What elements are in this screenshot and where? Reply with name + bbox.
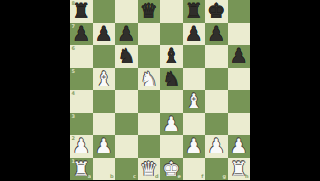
square-g6[interactable] xyxy=(205,45,228,68)
square-b7[interactable]: ♟ xyxy=(93,23,116,46)
square-b2[interactable]: ♟ xyxy=(93,135,116,158)
square-c8[interactable] xyxy=(115,0,138,23)
square-d2[interactable] xyxy=(138,135,161,158)
square-f6[interactable] xyxy=(183,45,206,68)
piece-white-pawn[interactable]: ♟ xyxy=(207,135,225,158)
square-e3[interactable]: ♟ xyxy=(160,113,183,136)
square-g5[interactable] xyxy=(205,68,228,91)
piece-black-knight[interactable]: ♞ xyxy=(162,67,180,90)
piece-white-pawn[interactable]: ♟ xyxy=(162,112,180,135)
piece-white-knight[interactable]: ♞ xyxy=(140,67,158,90)
square-e1[interactable]: e♚ xyxy=(160,158,183,181)
square-d7[interactable] xyxy=(138,23,161,46)
piece-white-bishop[interactable]: ♝ xyxy=(185,90,203,113)
square-h6[interactable]: ♟ xyxy=(228,45,251,68)
square-f2[interactable]: ♟ xyxy=(183,135,206,158)
piece-black-pawn[interactable]: ♟ xyxy=(230,45,248,68)
piece-black-king[interactable]: ♚ xyxy=(207,0,225,22)
square-f3[interactable] xyxy=(183,113,206,136)
square-d5[interactable]: ♞ xyxy=(138,68,161,91)
square-b3[interactable] xyxy=(93,113,116,136)
square-f5[interactable] xyxy=(183,68,206,91)
file-label-c: c xyxy=(133,174,136,179)
chess-board: 8♜♛♜♚7♟♟♟♟♟6♞♝♟5♝♞♞4♝3♟2♟♟♟♟♟1a♜bcd♛e♚fg… xyxy=(70,0,250,180)
square-a1[interactable]: 1a♜ xyxy=(70,158,93,181)
square-g3[interactable] xyxy=(205,113,228,136)
square-c5[interactable] xyxy=(115,68,138,91)
square-g7[interactable]: ♟ xyxy=(205,23,228,46)
piece-white-pawn[interactable]: ♟ xyxy=(230,135,248,158)
piece-white-king[interactable]: ♚ xyxy=(162,157,180,180)
square-h2[interactable]: ♟ xyxy=(228,135,251,158)
square-e4[interactable] xyxy=(160,90,183,113)
piece-black-pawn[interactable]: ♟ xyxy=(95,22,113,45)
square-c2[interactable] xyxy=(115,135,138,158)
square-c7[interactable]: ♟ xyxy=(115,23,138,46)
rank-label-3: 3 xyxy=(72,114,75,119)
square-d3[interactable] xyxy=(138,113,161,136)
file-label-g: g xyxy=(222,174,226,179)
square-c1[interactable]: c xyxy=(115,158,138,181)
piece-black-pawn[interactable]: ♟ xyxy=(207,22,225,45)
rank-label-6: 6 xyxy=(72,46,75,51)
square-h8[interactable] xyxy=(228,0,251,23)
square-e6[interactable]: ♝ xyxy=(160,45,183,68)
square-b5[interactable]: ♝ xyxy=(93,68,116,91)
square-c6[interactable]: ♞ xyxy=(115,45,138,68)
piece-white-bishop[interactable]: ♝ xyxy=(95,67,113,90)
square-c3[interactable] xyxy=(115,113,138,136)
square-a5[interactable]: 5 xyxy=(70,68,93,91)
rank-label-5: 5 xyxy=(72,69,75,74)
square-h1[interactable]: h♜ xyxy=(228,158,251,181)
square-b8[interactable] xyxy=(93,0,116,23)
video-frame: 8♜♛♜♚7♟♟♟♟♟6♞♝♟5♝♞♞4♝3♟2♟♟♟♟♟1a♜bcd♛e♚fg… xyxy=(0,0,320,180)
square-h7[interactable] xyxy=(228,23,251,46)
square-d1[interactable]: d♛ xyxy=(138,158,161,181)
file-label-f: f xyxy=(201,174,203,179)
square-f1[interactable]: f xyxy=(183,158,206,181)
square-d6[interactable] xyxy=(138,45,161,68)
piece-black-pawn[interactable]: ♟ xyxy=(185,22,203,45)
piece-white-rook[interactable]: ♜ xyxy=(230,157,248,180)
square-h5[interactable] xyxy=(228,68,251,91)
square-a6[interactable]: 6 xyxy=(70,45,93,68)
square-e8[interactable] xyxy=(160,0,183,23)
piece-black-pawn[interactable]: ♟ xyxy=(117,22,135,45)
square-b4[interactable] xyxy=(93,90,116,113)
piece-black-rook[interactable]: ♜ xyxy=(72,0,90,22)
square-e2[interactable] xyxy=(160,135,183,158)
piece-white-pawn[interactable]: ♟ xyxy=(95,135,113,158)
piece-black-rook[interactable]: ♜ xyxy=(185,0,203,22)
square-a2[interactable]: 2♟ xyxy=(70,135,93,158)
piece-white-pawn[interactable]: ♟ xyxy=(72,135,90,158)
square-b1[interactable]: b xyxy=(93,158,116,181)
square-g1[interactable]: g xyxy=(205,158,228,181)
piece-black-pawn[interactable]: ♟ xyxy=(72,22,90,45)
square-h4[interactable] xyxy=(228,90,251,113)
square-a3[interactable]: 3 xyxy=(70,113,93,136)
piece-black-bishop[interactable]: ♝ xyxy=(162,45,180,68)
square-h3[interactable] xyxy=(228,113,251,136)
square-a4[interactable]: 4 xyxy=(70,90,93,113)
rank-label-4: 4 xyxy=(72,91,75,96)
square-e7[interactable] xyxy=(160,23,183,46)
square-g4[interactable] xyxy=(205,90,228,113)
square-d4[interactable] xyxy=(138,90,161,113)
square-e5[interactable]: ♞ xyxy=(160,68,183,91)
square-f8[interactable]: ♜ xyxy=(183,0,206,23)
square-a8[interactable]: 8♜ xyxy=(70,0,93,23)
square-f7[interactable]: ♟ xyxy=(183,23,206,46)
piece-white-queen[interactable]: ♛ xyxy=(140,157,158,180)
square-g8[interactable]: ♚ xyxy=(205,0,228,23)
piece-white-rook[interactable]: ♜ xyxy=(72,157,90,180)
piece-black-queen[interactable]: ♛ xyxy=(140,0,158,22)
square-g2[interactable]: ♟ xyxy=(205,135,228,158)
square-b6[interactable] xyxy=(93,45,116,68)
square-d8[interactable]: ♛ xyxy=(138,0,161,23)
square-a7[interactable]: 7♟ xyxy=(70,23,93,46)
piece-white-pawn[interactable]: ♟ xyxy=(185,135,203,158)
square-f4[interactable]: ♝ xyxy=(183,90,206,113)
piece-black-knight[interactable]: ♞ xyxy=(117,45,135,68)
file-label-b: b xyxy=(110,174,114,179)
square-c4[interactable] xyxy=(115,90,138,113)
